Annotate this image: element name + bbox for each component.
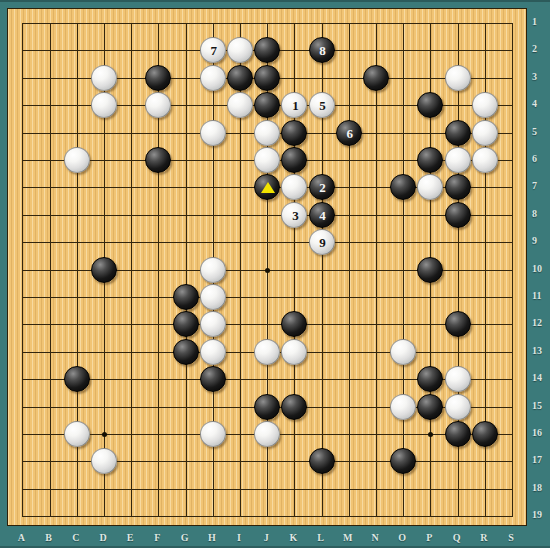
column-label-E: E [120,532,140,543]
column-label-B: B [39,532,59,543]
stone-black-Q5 [445,120,471,146]
stone-black-F3 [145,65,171,91]
row-label-15: 15 [532,400,550,411]
row-label-6: 6 [532,153,550,164]
row-label-16: 16 [532,427,550,438]
grid-line-h-19 [22,516,513,517]
stone-black-K15 [281,394,307,420]
column-label-I: I [229,532,249,543]
row-label-11: 11 [532,290,550,301]
row-label-19: 19 [532,509,550,520]
stone-black-P6 [417,147,443,173]
stone-white-H5 [200,120,226,146]
stone-white-Q3 [445,65,471,91]
row-label-13: 13 [532,345,550,356]
stone-black-K5 [281,120,307,146]
stone-black-K12 [281,311,307,337]
move-number-3: 3 [282,203,308,229]
column-label-A: A [11,532,31,543]
stone-white-C16 [64,421,90,447]
stone-black-J15 [254,394,280,420]
go-board[interactable]: 781562349 [7,8,527,526]
stone-black-J7 [254,174,280,200]
stone-white-D17 [91,448,117,474]
column-label-Q: Q [447,532,467,543]
triangle-marker-icon [261,182,275,193]
stone-black-Q8 [445,202,471,228]
screen: 781562349 ABCDEFGHIJKLMNOPQRS 1234567891… [0,0,550,548]
move-number-4: 4 [310,203,336,229]
row-label-14: 14 [532,372,550,383]
stone-black-P4 [417,92,443,118]
stone-black-C14 [64,366,90,392]
stone-black-J3 [254,65,280,91]
grid-line-h-12 [22,324,513,325]
stone-white-O15 [390,394,416,420]
stone-black-G12 [173,311,199,337]
stone-black-D10 [91,257,117,283]
row-label-2: 2 [532,43,550,54]
stone-black-G13 [173,339,199,365]
column-label-F: F [147,532,167,543]
stone-black-J4 [254,92,280,118]
column-label-D: D [93,532,113,543]
stone-white-K7 [281,174,307,200]
column-label-G: G [175,532,195,543]
column-label-C: C [66,532,86,543]
row-label-4: 4 [532,98,550,109]
column-label-R: R [474,532,494,543]
star-point-D16 [102,432,107,437]
stone-black-P14 [417,366,443,392]
stone-black-O17 [390,448,416,474]
stone-white-J5 [254,120,280,146]
stone-white-L9: 9 [309,229,335,255]
stone-white-Q14 [445,366,471,392]
stone-black-M5: 6 [336,120,362,146]
grid-line-v-S [512,23,513,517]
move-number-8: 8 [310,38,336,64]
move-number-6: 6 [337,121,363,147]
column-label-S: S [501,532,521,543]
stone-white-L4: 5 [309,92,335,118]
stone-black-H14 [200,366,226,392]
row-label-9: 9 [532,235,550,246]
grid-line-v-M [349,23,350,517]
stone-white-H12 [200,311,226,337]
stone-black-R16 [472,421,498,447]
column-label-H: H [202,532,222,543]
stone-white-I2 [227,37,253,63]
move-number-9: 9 [310,230,336,256]
stone-white-C6 [64,147,90,173]
stone-white-D4 [91,92,117,118]
stone-white-H13 [200,339,226,365]
stone-white-Q6 [445,147,471,173]
stone-white-H10 [200,257,226,283]
stone-white-H3 [200,65,226,91]
row-label-10: 10 [532,263,550,274]
column-label-J: J [256,532,276,543]
move-number-5: 5 [310,93,336,119]
stone-black-G11 [173,284,199,310]
stone-black-K6 [281,147,307,173]
grid-line-v-O [403,23,404,517]
stone-white-H16 [200,421,226,447]
column-label-M: M [338,532,358,543]
stone-white-D3 [91,65,117,91]
row-label-17: 17 [532,454,550,465]
move-number-7: 7 [201,38,227,64]
grid-line-h-11 [22,297,513,298]
stone-black-Q7 [445,174,471,200]
row-label-1: 1 [532,16,550,27]
column-label-K: K [283,532,303,543]
stone-white-H2: 7 [200,37,226,63]
stone-white-K13 [281,339,307,365]
stone-black-L2: 8 [309,37,335,63]
grid-line-v-N [376,23,377,517]
stone-black-P15 [417,394,443,420]
stone-white-F4 [145,92,171,118]
column-label-N: N [365,532,385,543]
stone-white-H11 [200,284,226,310]
stone-white-R5 [472,120,498,146]
stone-black-L8: 4 [309,202,335,228]
stone-black-N3 [363,65,389,91]
stone-black-F6 [145,147,171,173]
stone-black-L7: 2 [309,174,335,200]
row-label-7: 7 [532,180,550,191]
move-number-1: 1 [282,93,308,119]
row-label-12: 12 [532,317,550,328]
stone-black-L17 [309,448,335,474]
grid-line-h-18 [22,489,513,490]
star-point-J10 [265,268,270,273]
column-label-P: P [419,532,439,543]
stone-white-I4 [227,92,253,118]
stone-white-R4 [472,92,498,118]
stone-white-O13 [390,339,416,365]
stone-black-Q16 [445,421,471,447]
stone-black-I3 [227,65,253,91]
column-label-O: O [392,532,412,543]
stone-white-J13 [254,339,280,365]
move-number-2: 2 [310,175,336,201]
star-point-P16 [428,432,433,437]
stone-white-R6 [472,147,498,173]
stone-black-Q12 [445,311,471,337]
stone-white-Q15 [445,394,471,420]
stone-black-O7 [390,174,416,200]
stone-white-J6 [254,147,280,173]
row-label-8: 8 [532,208,550,219]
stone-black-P10 [417,257,443,283]
stone-white-K4: 1 [281,92,307,118]
row-label-3: 3 [532,71,550,82]
stone-white-K8: 3 [281,202,307,228]
column-label-L: L [311,532,331,543]
stone-white-P7 [417,174,443,200]
row-label-18: 18 [532,482,550,493]
stone-black-J2 [254,37,280,63]
stone-white-J16 [254,421,280,447]
row-label-5: 5 [532,126,550,137]
